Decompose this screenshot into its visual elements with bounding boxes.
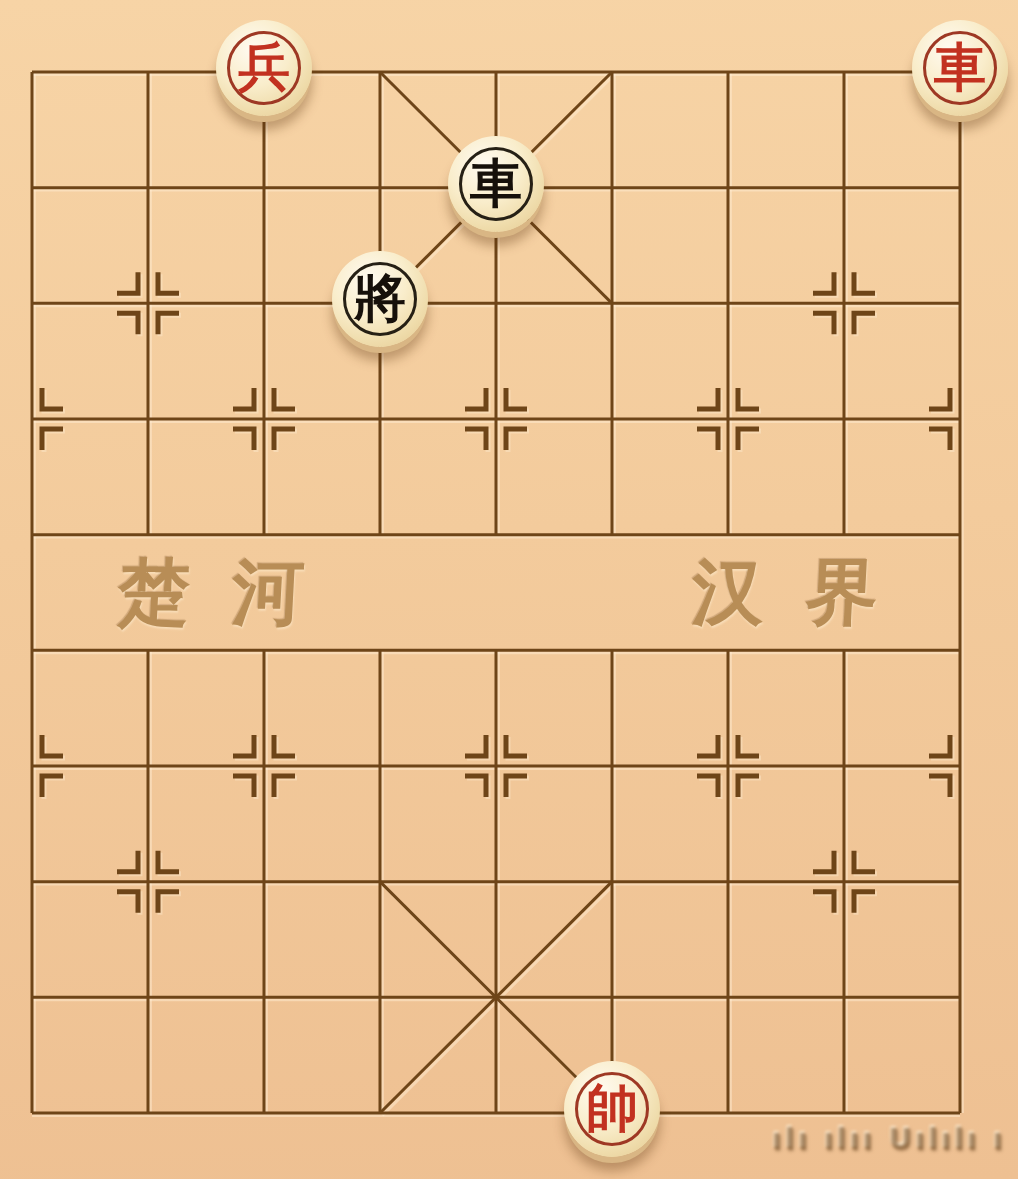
red-chariot-glyph: 車 (912, 20, 1008, 116)
piece-red-general[interactable]: 帥 (564, 1061, 660, 1157)
river-label-han-jie: 汉界 (689, 543, 922, 641)
xiangqi-app-screen: 楚河 汉界 兵車車將帥 ılı ılıı Uılılı ı ılııt (0, 0, 1018, 1179)
piece-black-general[interactable]: 將 (332, 251, 428, 347)
red-general-glyph: 帥 (564, 1061, 660, 1157)
watermark: ılı ılıı Uılılı ı ılııt (772, 1122, 1012, 1166)
red-soldier-glyph: 兵 (216, 20, 312, 116)
piece-red-soldier[interactable]: 兵 (216, 20, 312, 116)
piece-red-chariot[interactable]: 車 (912, 20, 1008, 116)
black-general-glyph: 將 (332, 251, 428, 347)
piece-black-chariot[interactable]: 車 (448, 136, 544, 232)
black-chariot-glyph: 車 (448, 136, 544, 232)
river-label-chu-he: 楚河 (115, 543, 348, 641)
